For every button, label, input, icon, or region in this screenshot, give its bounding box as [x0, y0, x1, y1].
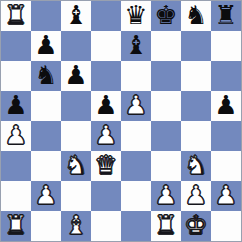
- square-g4[interactable]: [181, 121, 211, 151]
- square-c8[interactable]: ♝: [61, 1, 91, 31]
- black-pawn[interactable]: ♟: [4, 92, 27, 118]
- black-pawn[interactable]: ♟: [64, 62, 87, 88]
- square-e3[interactable]: [121, 151, 151, 181]
- square-h8[interactable]: ♜: [211, 1, 241, 31]
- square-a1[interactable]: ♜: [1, 211, 31, 241]
- square-e4[interactable]: [121, 121, 151, 151]
- square-f6[interactable]: [151, 61, 181, 91]
- square-g6[interactable]: [181, 61, 211, 91]
- square-h5[interactable]: ♟: [211, 91, 241, 121]
- square-e1[interactable]: [121, 211, 151, 241]
- white-pawn[interactable]: ♟: [124, 92, 147, 118]
- black-queen[interactable]: ♛: [124, 2, 147, 28]
- square-g5[interactable]: [181, 91, 211, 121]
- square-e2[interactable]: [121, 181, 151, 211]
- black-pawn[interactable]: ♟: [214, 92, 237, 118]
- square-c3[interactable]: ♞: [61, 151, 91, 181]
- square-d5[interactable]: ♟: [91, 91, 121, 121]
- square-e8[interactable]: ♛: [121, 1, 151, 31]
- white-knight[interactable]: ♞: [184, 152, 207, 178]
- square-d8[interactable]: [91, 1, 121, 31]
- black-bishop[interactable]: ♝: [64, 2, 87, 28]
- white-pawn[interactable]: ♟: [4, 122, 27, 148]
- square-b5[interactable]: [31, 91, 61, 121]
- square-b6[interactable]: ♞: [31, 61, 61, 91]
- square-h7[interactable]: [211, 31, 241, 61]
- square-h3[interactable]: [211, 151, 241, 181]
- square-f2[interactable]: ♟: [151, 181, 181, 211]
- square-g3[interactable]: ♞: [181, 151, 211, 181]
- square-f1[interactable]: ♜: [151, 211, 181, 241]
- square-d3[interactable]: ♛: [91, 151, 121, 181]
- square-g7[interactable]: [181, 31, 211, 61]
- square-b4[interactable]: [31, 121, 61, 151]
- square-b3[interactable]: [31, 151, 61, 181]
- square-h6[interactable]: [211, 61, 241, 91]
- square-a3[interactable]: [1, 151, 31, 181]
- square-g2[interactable]: ♟: [181, 181, 211, 211]
- black-bishop[interactable]: ♝: [124, 32, 147, 58]
- square-h2[interactable]: ♟: [211, 181, 241, 211]
- white-pawn[interactable]: ♟: [184, 182, 207, 208]
- square-e5[interactable]: ♟: [121, 91, 151, 121]
- square-a8[interactable]: ♜: [1, 1, 31, 31]
- chess-board: ♜♝♛♚♞♜♟♝♞♟♟♟♟♟♟♟♞♛♞♟♟♟♟♜♝♜♚: [0, 0, 242, 242]
- white-rook[interactable]: ♜: [4, 2, 27, 28]
- square-f4[interactable]: [151, 121, 181, 151]
- square-f7[interactable]: [151, 31, 181, 61]
- white-pawn[interactable]: ♟: [94, 122, 117, 148]
- square-d2[interactable]: [91, 181, 121, 211]
- square-d7[interactable]: [91, 31, 121, 61]
- square-f5[interactable]: [151, 91, 181, 121]
- square-d4[interactable]: ♟: [91, 121, 121, 151]
- square-h4[interactable]: [211, 121, 241, 151]
- square-f8[interactable]: ♚: [151, 1, 181, 31]
- square-c6[interactable]: ♟: [61, 61, 91, 91]
- square-g1[interactable]: ♚: [181, 211, 211, 241]
- white-knight[interactable]: ♞: [64, 152, 87, 178]
- square-c5[interactable]: [61, 91, 91, 121]
- square-b1[interactable]: [31, 211, 61, 241]
- square-a7[interactable]: [1, 31, 31, 61]
- black-pawn[interactable]: ♟: [94, 92, 117, 118]
- square-h1[interactable]: [211, 211, 241, 241]
- white-rook[interactable]: ♜: [4, 212, 27, 238]
- white-king[interactable]: ♚: [184, 212, 207, 238]
- square-d1[interactable]: [91, 211, 121, 241]
- square-b2[interactable]: ♟: [31, 181, 61, 211]
- white-queen[interactable]: ♛: [94, 152, 117, 178]
- black-knight[interactable]: ♞: [34, 62, 57, 88]
- square-c7[interactable]: [61, 31, 91, 61]
- square-g8[interactable]: ♞: [181, 1, 211, 31]
- square-b8[interactable]: [31, 1, 61, 31]
- square-c1[interactable]: ♝: [61, 211, 91, 241]
- square-a2[interactable]: [1, 181, 31, 211]
- black-pawn[interactable]: ♟: [34, 32, 57, 58]
- square-a4[interactable]: ♟: [1, 121, 31, 151]
- square-c2[interactable]: [61, 181, 91, 211]
- black-rook[interactable]: ♜: [214, 2, 237, 28]
- white-bishop[interactable]: ♝: [64, 212, 87, 238]
- square-a5[interactable]: ♟: [1, 91, 31, 121]
- square-b7[interactable]: ♟: [31, 31, 61, 61]
- white-pawn[interactable]: ♟: [154, 182, 177, 208]
- square-f3[interactable]: [151, 151, 181, 181]
- square-c4[interactable]: [61, 121, 91, 151]
- black-king[interactable]: ♚: [154, 2, 177, 28]
- square-e7[interactable]: ♝: [121, 31, 151, 61]
- square-d6[interactable]: [91, 61, 121, 91]
- white-rook[interactable]: ♜: [154, 212, 177, 238]
- square-a6[interactable]: [1, 61, 31, 91]
- white-pawn[interactable]: ♟: [214, 182, 237, 208]
- white-pawn[interactable]: ♟: [34, 182, 57, 208]
- square-e6[interactable]: [121, 61, 151, 91]
- black-knight[interactable]: ♞: [184, 2, 207, 28]
